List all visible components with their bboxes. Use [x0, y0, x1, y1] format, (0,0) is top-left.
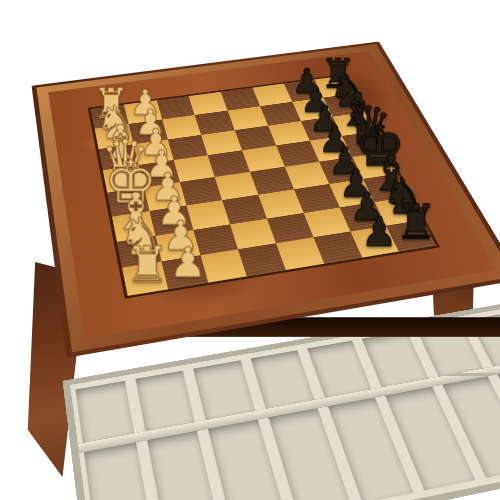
board-bevel: ♜♟♟♜♞♟♟♞♝♟♟♝♛♟♟♛♚♟♟♚♝♟♟♝♞♟♟♞♜♟♟♜: [36, 44, 500, 352]
board-square[interactable]: [222, 195, 267, 224]
drawer-compartment: [84, 442, 154, 500]
drawer-compartment: [362, 331, 428, 387]
drawer-compartment: [76, 381, 134, 443]
drawer-compartment: [135, 370, 195, 431]
drawer-compartment: [251, 350, 314, 408]
board-square[interactable]: [230, 218, 276, 249]
drawer-compartment: [147, 431, 222, 500]
black-rook[interactable]: ♜: [395, 199, 438, 247]
board-square[interactable]: [242, 146, 284, 172]
board-square[interactable]: ♟: [350, 226, 399, 258]
board-square[interactable]: ♜: [122, 262, 168, 296]
black-pawn[interactable]: ♟: [361, 212, 397, 252]
chess-box-photo: ♜♟♟♜♞♟♟♞♝♟♟♝♛♟♟♛♚♟♟♚♝♟♟♝♞♟♟♞♜♟♟♜: [0, 0, 500, 500]
chess-box: ♜♟♟♜♞♟♟♞♝♟♟♝♛♟♟♛♚♟♟♚♝♟♟♝♞♟♟♞♜♟♟♜: [32, 42, 500, 358]
drawer-compartment: [307, 341, 372, 398]
board-molding-frame: ♜♟♟♜♞♟♟♞♝♟♟♝♛♟♟♛♚♟♟♚♝♟♟♝♞♟♟♞♜♟♟♜: [32, 42, 500, 358]
chess-board: ♜♟♟♜♞♟♟♞♝♟♟♝♛♟♟♛♚♟♟♚♝♟♟♝♞♟♟♞♜♟♟♜: [91, 75, 436, 295]
burl-border: ♜♟♟♜♞♟♟♞♝♟♟♝♛♟♟♛♚♟♟♚♝♟♟♝♞♟♟♞♜♟♟♜: [48, 51, 496, 339]
white-rook[interactable]: ♜: [125, 240, 170, 290]
scene-3d: ♜♟♟♜♞♟♟♞♝♟♟♝♛♟♟♛♚♟♟♚♝♟♟♝♞♟♟♞♜♟♟♜: [0, 0, 500, 500]
white-pawn[interactable]: ♟: [169, 242, 206, 284]
drawer-compartment: [193, 360, 255, 420]
